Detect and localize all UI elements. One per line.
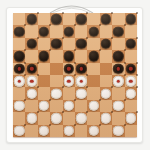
white-man-piece[interactable] <box>14 101 24 111</box>
square-r8c2[interactable] <box>25 100 37 112</box>
square-r8c10[interactable] <box>125 100 137 112</box>
square-r2c10[interactable] <box>125 25 137 37</box>
black-king-piece[interactable] <box>26 64 36 74</box>
square-r2c1[interactable] <box>13 25 25 37</box>
white-man-piece[interactable] <box>26 88 36 98</box>
square-r9c2[interactable] <box>25 112 37 124</box>
black-king-piece[interactable] <box>113 64 123 74</box>
square-r9c5[interactable] <box>63 112 75 124</box>
white-man-piece[interactable] <box>39 101 49 111</box>
black-king-piece[interactable] <box>76 64 86 74</box>
square-r8c3[interactable] <box>38 100 50 112</box>
black-man-piece[interactable] <box>39 26 49 36</box>
white-man-piece[interactable] <box>101 113 111 123</box>
square-r1c9[interactable] <box>112 13 124 25</box>
square-r8c9[interactable] <box>112 100 124 112</box>
white-man-piece[interactable] <box>51 113 61 123</box>
square-r2c6[interactable] <box>75 25 87 37</box>
square-r10c4[interactable] <box>50 125 62 137</box>
square-r2c9[interactable] <box>112 25 124 37</box>
square-r7c3[interactable] <box>38 87 50 99</box>
board <box>13 13 137 137</box>
square-r8c1[interactable] <box>13 100 25 112</box>
square-r10c3[interactable] <box>38 125 50 137</box>
king-dot-icon <box>17 79 21 83</box>
square-r1c6[interactable] <box>75 13 87 25</box>
square-r7c6[interactable] <box>75 87 87 99</box>
square-r7c9[interactable] <box>112 87 124 99</box>
king-dot-icon <box>129 79 133 83</box>
square-r10c5[interactable] <box>63 125 75 137</box>
square-r3c9[interactable] <box>112 38 124 50</box>
white-man-piece[interactable] <box>64 126 74 136</box>
square-r3c6[interactable] <box>75 38 87 50</box>
square-r1c2[interactable] <box>25 13 37 25</box>
black-man-piece[interactable] <box>76 14 86 24</box>
square-r4c4[interactable] <box>50 50 62 62</box>
square-r4c6[interactable] <box>75 50 87 62</box>
black-king-piece[interactable] <box>64 64 74 74</box>
black-man-piece[interactable] <box>51 14 61 24</box>
white-man-piece[interactable] <box>88 101 98 111</box>
black-man-piece[interactable] <box>88 51 98 61</box>
square-r3c10[interactable] <box>125 38 137 50</box>
king-dot-icon <box>117 79 121 83</box>
king-dot-icon <box>117 67 121 71</box>
square-r10c8[interactable] <box>100 125 112 137</box>
black-king-piece[interactable] <box>14 64 24 74</box>
square-r5c8[interactable] <box>100 63 112 75</box>
king-dot-icon <box>30 67 34 71</box>
black-man-piece[interactable] <box>14 51 24 61</box>
square-r5c7[interactable] <box>87 63 99 75</box>
square-r5c3[interactable] <box>38 63 50 75</box>
square-r1c8[interactable] <box>100 13 112 25</box>
square-r5c2[interactable] <box>25 63 37 75</box>
black-man-piece[interactable] <box>126 14 136 24</box>
white-man-piece[interactable] <box>26 113 36 123</box>
square-r1c10[interactable] <box>125 13 137 25</box>
square-r3c2[interactable] <box>25 38 37 50</box>
square-r9c7[interactable] <box>87 112 99 124</box>
black-man-piece[interactable] <box>101 39 111 49</box>
square-r5c5[interactable] <box>63 63 75 75</box>
black-man-piece[interactable] <box>39 51 49 61</box>
square-r6c2[interactable] <box>25 75 37 87</box>
square-r8c4[interactable] <box>50 100 62 112</box>
square-r2c8[interactable] <box>100 25 112 37</box>
square-r6c10[interactable] <box>125 75 137 87</box>
black-man-piece[interactable] <box>76 39 86 49</box>
king-dot-icon <box>30 79 34 83</box>
black-man-piece[interactable] <box>113 51 123 61</box>
square-r8c7[interactable] <box>87 100 99 112</box>
black-king-piece[interactable] <box>126 64 136 74</box>
square-r5c4[interactable] <box>50 63 62 75</box>
square-r5c9[interactable] <box>112 63 124 75</box>
square-r3c5[interactable] <box>63 38 75 50</box>
square-r2c3[interactable] <box>38 25 50 37</box>
white-man-piece[interactable] <box>51 88 61 98</box>
white-man-piece[interactable] <box>39 126 49 136</box>
white-man-piece[interactable] <box>126 113 136 123</box>
square-r10c10[interactable] <box>125 125 137 137</box>
square-r7c1[interactable] <box>13 87 25 99</box>
white-king-piece[interactable] <box>126 76 136 86</box>
white-man-piece[interactable] <box>14 126 24 136</box>
square-r2c4[interactable] <box>50 25 62 37</box>
square-r8c5[interactable] <box>63 100 75 112</box>
square-r4c7[interactable] <box>87 50 99 62</box>
square-r3c8[interactable] <box>100 38 112 50</box>
square-r6c9[interactable] <box>112 75 124 87</box>
king-dot-icon <box>67 67 71 71</box>
square-r4c2[interactable] <box>25 50 37 62</box>
square-r9c6[interactable] <box>75 112 87 124</box>
white-man-piece[interactable] <box>101 88 111 98</box>
square-r2c5[interactable] <box>63 25 75 37</box>
square-r4c10[interactable] <box>125 50 137 62</box>
white-king-piece[interactable] <box>64 76 74 86</box>
square-r6c3[interactable] <box>38 75 50 87</box>
square-r6c1[interactable] <box>13 75 25 87</box>
white-king-piece[interactable] <box>76 76 86 86</box>
square-r4c3[interactable] <box>38 50 50 62</box>
square-r4c5[interactable] <box>63 50 75 62</box>
black-man-piece[interactable] <box>64 26 74 36</box>
black-man-piece[interactable] <box>26 39 36 49</box>
king-dot-icon <box>79 67 83 71</box>
white-man-piece[interactable] <box>88 126 98 136</box>
square-r5c10[interactable] <box>125 63 137 75</box>
square-r6c4[interactable] <box>50 75 62 87</box>
square-r10c1[interactable] <box>13 125 25 137</box>
black-man-piece[interactable] <box>101 14 111 24</box>
square-r6c7[interactable] <box>87 75 99 87</box>
white-king-piece[interactable] <box>26 76 36 86</box>
black-man-piece[interactable] <box>64 51 74 61</box>
square-r7c2[interactable] <box>25 87 37 99</box>
square-r2c2[interactable] <box>25 25 37 37</box>
square-r9c4[interactable] <box>50 112 62 124</box>
square-r9c8[interactable] <box>100 112 112 124</box>
black-man-piece[interactable] <box>126 39 136 49</box>
square-r7c5[interactable] <box>63 87 75 99</box>
square-r4c9[interactable] <box>112 50 124 62</box>
white-man-piece[interactable] <box>76 88 86 98</box>
black-man-piece[interactable] <box>51 39 61 49</box>
white-man-piece[interactable] <box>113 101 123 111</box>
square-r1c7[interactable] <box>87 13 99 25</box>
black-man-piece[interactable] <box>26 14 36 24</box>
white-man-piece[interactable] <box>126 88 136 98</box>
black-man-piece[interactable] <box>113 26 123 36</box>
white-man-piece[interactable] <box>64 101 74 111</box>
square-r2c7[interactable] <box>87 25 99 37</box>
square-r7c10[interactable] <box>125 87 137 99</box>
king-dot-icon <box>67 79 71 83</box>
white-man-piece[interactable] <box>76 113 86 123</box>
white-king-piece[interactable] <box>14 76 24 86</box>
square-r1c4[interactable] <box>50 13 62 25</box>
square-r9c1[interactable] <box>13 112 25 124</box>
square-r6c5[interactable] <box>63 75 75 87</box>
square-r10c9[interactable] <box>112 125 124 137</box>
square-r4c8[interactable] <box>100 50 112 62</box>
square-r10c6[interactable] <box>75 125 87 137</box>
king-dot-icon <box>17 67 21 71</box>
square-r10c2[interactable] <box>25 125 37 137</box>
black-man-piece[interactable] <box>88 26 98 36</box>
square-r10c7[interactable] <box>87 125 99 137</box>
black-man-piece[interactable] <box>14 26 24 36</box>
square-r7c7[interactable] <box>87 87 99 99</box>
square-r9c9[interactable] <box>112 112 124 124</box>
square-r7c4[interactable] <box>50 87 62 99</box>
king-dot-icon <box>79 79 83 83</box>
white-king-piece[interactable] <box>113 76 123 86</box>
square-r3c4[interactable] <box>50 38 62 50</box>
square-r3c7[interactable] <box>87 38 99 50</box>
white-man-piece[interactable] <box>113 126 123 136</box>
king-dot-icon <box>129 67 133 71</box>
square-r5c6[interactable] <box>75 63 87 75</box>
square-r4c1[interactable] <box>13 50 25 62</box>
square-r9c3[interactable] <box>38 112 50 124</box>
square-r7c8[interactable] <box>100 87 112 99</box>
square-r9c10[interactable] <box>125 112 137 124</box>
